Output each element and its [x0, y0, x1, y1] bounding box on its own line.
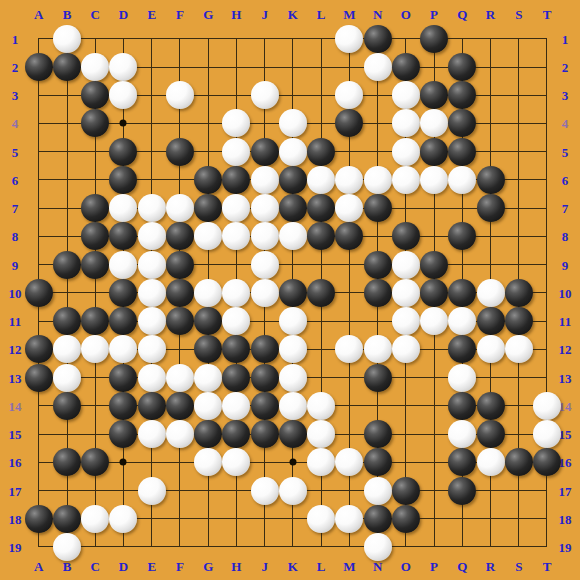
column-label-bottom: P: [430, 560, 438, 573]
black-stone-Q10[interactable]: [448, 279, 476, 307]
white-stone-B13[interactable]: [53, 364, 81, 392]
star-point: [120, 459, 127, 466]
column-label-top: P: [430, 8, 438, 21]
white-stone-B19[interactable]: [53, 533, 81, 561]
black-stone-P9[interactable]: [420, 251, 448, 279]
white-stone-H8[interactable]: [222, 222, 250, 250]
white-stone-O9[interactable]: [392, 251, 420, 279]
row-label-left: 13: [9, 371, 22, 384]
black-stone-D13[interactable]: [109, 364, 137, 392]
white-stone-K5[interactable]: [279, 138, 307, 166]
white-stone-C12[interactable]: [81, 335, 109, 363]
column-label-bottom: D: [119, 560, 128, 573]
column-label-top: M: [343, 8, 355, 21]
white-stone-F3[interactable]: [166, 81, 194, 109]
black-stone-O2[interactable]: [392, 53, 420, 81]
white-stone-J3[interactable]: [251, 81, 279, 109]
row-label-right: 4: [562, 117, 569, 130]
white-stone-Q11[interactable]: [448, 307, 476, 335]
white-stone-F7[interactable]: [166, 194, 194, 222]
column-label-bottom: J: [261, 560, 268, 573]
white-stone-F15[interactable]: [166, 420, 194, 448]
black-stone-J15[interactable]: [251, 420, 279, 448]
white-stone-M16[interactable]: [335, 448, 363, 476]
white-stone-G10[interactable]: [194, 279, 222, 307]
black-stone-P5[interactable]: [420, 138, 448, 166]
black-stone-N13[interactable]: [364, 364, 392, 392]
column-label-bottom: A: [34, 560, 43, 573]
white-stone-L6[interactable]: [307, 166, 335, 194]
black-stone-M8[interactable]: [335, 222, 363, 250]
column-label-top: D: [119, 8, 128, 21]
column-label-top: J: [261, 8, 268, 21]
white-stone-E11[interactable]: [138, 307, 166, 335]
black-stone-D6[interactable]: [109, 166, 137, 194]
white-stone-M12[interactable]: [335, 335, 363, 363]
black-stone-R6[interactable]: [477, 166, 505, 194]
column-label-bottom: C: [91, 560, 100, 573]
black-stone-F8[interactable]: [166, 222, 194, 250]
column-label-top: R: [486, 8, 495, 21]
black-stone-S16[interactable]: [505, 448, 533, 476]
black-stone-D15[interactable]: [109, 420, 137, 448]
white-stone-T15[interactable]: [533, 420, 561, 448]
white-stone-O4[interactable]: [392, 109, 420, 137]
black-stone-H6[interactable]: [222, 166, 250, 194]
black-stone-C8[interactable]: [81, 222, 109, 250]
row-label-left: 8: [12, 230, 19, 243]
white-stone-Q13[interactable]: [448, 364, 476, 392]
black-stone-D8[interactable]: [109, 222, 137, 250]
black-stone-Q12[interactable]: [448, 335, 476, 363]
black-stone-D5[interactable]: [109, 138, 137, 166]
white-stone-E10[interactable]: [138, 279, 166, 307]
row-label-left: 18: [9, 512, 22, 525]
white-stone-J7[interactable]: [251, 194, 279, 222]
column-label-bottom: F: [176, 560, 184, 573]
white-stone-D7[interactable]: [109, 194, 137, 222]
column-label-top: B: [63, 8, 72, 21]
row-label-right: 12: [559, 343, 572, 356]
white-stone-O5[interactable]: [392, 138, 420, 166]
white-stone-N2[interactable]: [364, 53, 392, 81]
white-stone-O12[interactable]: [392, 335, 420, 363]
white-stone-G16[interactable]: [194, 448, 222, 476]
black-stone-Q16[interactable]: [448, 448, 476, 476]
black-stone-L10[interactable]: [307, 279, 335, 307]
row-label-right: 7: [562, 202, 569, 215]
white-stone-F13[interactable]: [166, 364, 194, 392]
row-label-left: 5: [12, 145, 19, 158]
black-stone-G15[interactable]: [194, 420, 222, 448]
white-stone-R12[interactable]: [477, 335, 505, 363]
black-stone-K7[interactable]: [279, 194, 307, 222]
black-stone-A2[interactable]: [25, 53, 53, 81]
column-label-bottom: K: [288, 560, 298, 573]
black-stone-B11[interactable]: [53, 307, 81, 335]
white-stone-C18[interactable]: [81, 505, 109, 533]
white-stone-G14[interactable]: [194, 392, 222, 420]
column-label-bottom: R: [486, 560, 495, 573]
white-stone-G13[interactable]: [194, 364, 222, 392]
black-stone-M4[interactable]: [335, 109, 363, 137]
white-stone-D18[interactable]: [109, 505, 137, 533]
column-label-bottom: Q: [457, 560, 467, 573]
black-stone-K10[interactable]: [279, 279, 307, 307]
black-stone-N9[interactable]: [364, 251, 392, 279]
black-stone-Q3[interactable]: [448, 81, 476, 109]
black-stone-S10[interactable]: [505, 279, 533, 307]
row-label-right: 2: [562, 61, 569, 74]
row-label-right: 19: [559, 540, 572, 553]
column-label-top: Q: [457, 8, 467, 21]
white-stone-H14[interactable]: [222, 392, 250, 420]
black-stone-F5[interactable]: [166, 138, 194, 166]
white-stone-K17[interactable]: [279, 477, 307, 505]
black-stone-A13[interactable]: [25, 364, 53, 392]
black-stone-L8[interactable]: [307, 222, 335, 250]
black-stone-J14[interactable]: [251, 392, 279, 420]
column-label-top: C: [91, 8, 100, 21]
black-stone-T16[interactable]: [533, 448, 561, 476]
white-stone-P4[interactable]: [420, 109, 448, 137]
white-stone-D12[interactable]: [109, 335, 137, 363]
white-stone-D9[interactable]: [109, 251, 137, 279]
black-stone-E14[interactable]: [138, 392, 166, 420]
black-stone-Q2[interactable]: [448, 53, 476, 81]
column-label-bottom: G: [203, 560, 213, 573]
black-stone-S11[interactable]: [505, 307, 533, 335]
black-stone-R7[interactable]: [477, 194, 505, 222]
black-stone-J13[interactable]: [251, 364, 279, 392]
row-label-right: 1: [562, 32, 569, 45]
column-label-bottom: H: [231, 560, 241, 573]
white-stone-E15[interactable]: [138, 420, 166, 448]
white-stone-N6[interactable]: [364, 166, 392, 194]
white-stone-M18[interactable]: [335, 505, 363, 533]
white-stone-P11[interactable]: [420, 307, 448, 335]
white-stone-E13[interactable]: [138, 364, 166, 392]
black-stone-F11[interactable]: [166, 307, 194, 335]
column-label-bottom: N: [373, 560, 382, 573]
go-board[interactable]: AABBCCDDEEFFGGHHJJKKLLMMNNOOPPQQRRSSTT11…: [0, 0, 580, 580]
black-stone-K15[interactable]: [279, 420, 307, 448]
black-stone-F9[interactable]: [166, 251, 194, 279]
column-label-top: S: [515, 8, 522, 21]
grid-line-horizontal: [38, 546, 547, 547]
white-stone-O3[interactable]: [392, 81, 420, 109]
black-stone-O18[interactable]: [392, 505, 420, 533]
black-stone-H15[interactable]: [222, 420, 250, 448]
white-stone-Q15[interactable]: [448, 420, 476, 448]
white-stone-S12[interactable]: [505, 335, 533, 363]
white-stone-M1[interactable]: [335, 25, 363, 53]
black-stone-C7[interactable]: [81, 194, 109, 222]
white-stone-H16[interactable]: [222, 448, 250, 476]
row-label-left: 4: [12, 117, 19, 130]
black-stone-A10[interactable]: [25, 279, 53, 307]
white-stone-J10[interactable]: [251, 279, 279, 307]
black-stone-H12[interactable]: [222, 335, 250, 363]
black-stone-P10[interactable]: [420, 279, 448, 307]
black-stone-G11[interactable]: [194, 307, 222, 335]
black-stone-Q17[interactable]: [448, 477, 476, 505]
black-stone-B2[interactable]: [53, 53, 81, 81]
white-stone-J8[interactable]: [251, 222, 279, 250]
column-label-top: A: [34, 8, 43, 21]
white-stone-M6[interactable]: [335, 166, 363, 194]
star-point: [289, 459, 296, 466]
black-stone-A18[interactable]: [25, 505, 53, 533]
column-label-top: L: [317, 8, 326, 21]
black-stone-F14[interactable]: [166, 392, 194, 420]
white-stone-K4[interactable]: [279, 109, 307, 137]
row-label-right: 5: [562, 145, 569, 158]
black-stone-A12[interactable]: [25, 335, 53, 363]
row-label-right: 11: [559, 315, 571, 328]
row-label-left: 16: [9, 456, 22, 469]
column-label-top: O: [401, 8, 411, 21]
black-stone-Q5[interactable]: [448, 138, 476, 166]
white-stone-C2[interactable]: [81, 53, 109, 81]
white-stone-E9[interactable]: [138, 251, 166, 279]
row-label-right: 9: [562, 258, 569, 271]
white-stone-B1[interactable]: [53, 25, 81, 53]
white-stone-H10[interactable]: [222, 279, 250, 307]
row-label-left: 3: [12, 89, 19, 102]
black-stone-K6[interactable]: [279, 166, 307, 194]
row-label-left: 2: [12, 61, 19, 74]
white-stone-E8[interactable]: [138, 222, 166, 250]
row-label-left: 14: [9, 399, 22, 412]
black-stone-C11[interactable]: [81, 307, 109, 335]
row-label-left: 9: [12, 258, 19, 271]
white-stone-H7[interactable]: [222, 194, 250, 222]
white-stone-K14[interactable]: [279, 392, 307, 420]
row-label-left: 15: [9, 428, 22, 441]
white-stone-E17[interactable]: [138, 477, 166, 505]
black-stone-J5[interactable]: [251, 138, 279, 166]
row-label-right: 3: [562, 89, 569, 102]
white-stone-D2[interactable]: [109, 53, 137, 81]
white-stone-G8[interactable]: [194, 222, 222, 250]
black-stone-C16[interactable]: [81, 448, 109, 476]
black-stone-R14[interactable]: [477, 392, 505, 420]
row-label-right: 13: [559, 371, 572, 384]
white-stone-B12[interactable]: [53, 335, 81, 363]
row-label-left: 12: [9, 343, 22, 356]
column-label-top: E: [147, 8, 156, 21]
black-stone-B14[interactable]: [53, 392, 81, 420]
black-stone-G12[interactable]: [194, 335, 222, 363]
black-stone-G7[interactable]: [194, 194, 222, 222]
black-stone-C3[interactable]: [81, 81, 109, 109]
white-stone-O10[interactable]: [392, 279, 420, 307]
row-label-left: 7: [12, 202, 19, 215]
black-stone-P3[interactable]: [420, 81, 448, 109]
white-stone-K12[interactable]: [279, 335, 307, 363]
white-stone-N17[interactable]: [364, 477, 392, 505]
column-label-top: F: [176, 8, 184, 21]
black-stone-N10[interactable]: [364, 279, 392, 307]
black-stone-B18[interactable]: [53, 505, 81, 533]
white-stone-T14[interactable]: [533, 392, 561, 420]
black-stone-C9[interactable]: [81, 251, 109, 279]
black-stone-B9[interactable]: [53, 251, 81, 279]
row-label-right: 17: [559, 484, 572, 497]
black-stone-N16[interactable]: [364, 448, 392, 476]
column-label-top: G: [203, 8, 213, 21]
column-label-bottom: T: [543, 560, 552, 573]
row-label-right: 10: [559, 286, 572, 299]
black-stone-J12[interactable]: [251, 335, 279, 363]
white-stone-M3[interactable]: [335, 81, 363, 109]
white-stone-M7[interactable]: [335, 194, 363, 222]
white-stone-D3[interactable]: [109, 81, 137, 109]
column-label-bottom: O: [401, 560, 411, 573]
row-label-left: 19: [9, 540, 22, 553]
white-stone-J17[interactable]: [251, 477, 279, 505]
black-stone-N1[interactable]: [364, 25, 392, 53]
black-stone-H13[interactable]: [222, 364, 250, 392]
black-stone-C4[interactable]: [81, 109, 109, 137]
black-stone-P1[interactable]: [420, 25, 448, 53]
column-label-bottom: B: [63, 560, 72, 573]
white-stone-L14[interactable]: [307, 392, 335, 420]
row-label-left: 11: [9, 315, 21, 328]
column-label-top: N: [373, 8, 382, 21]
black-stone-Q8[interactable]: [448, 222, 476, 250]
white-stone-P6[interactable]: [420, 166, 448, 194]
black-stone-N7[interactable]: [364, 194, 392, 222]
column-label-top: H: [231, 8, 241, 21]
white-stone-L15[interactable]: [307, 420, 335, 448]
black-stone-R15[interactable]: [477, 420, 505, 448]
black-stone-O8[interactable]: [392, 222, 420, 250]
column-label-bottom: L: [317, 560, 326, 573]
black-stone-G6[interactable]: [194, 166, 222, 194]
black-stone-D11[interactable]: [109, 307, 137, 335]
row-label-left: 1: [12, 32, 19, 45]
column-label-top: K: [288, 8, 298, 21]
white-stone-J6[interactable]: [251, 166, 279, 194]
star-point: [120, 120, 127, 127]
row-label-right: 18: [559, 512, 572, 525]
row-label-left: 10: [9, 286, 22, 299]
column-label-bottom: S: [515, 560, 522, 573]
row-label-right: 6: [562, 173, 569, 186]
white-stone-E12[interactable]: [138, 335, 166, 363]
black-stone-Q4[interactable]: [448, 109, 476, 137]
black-stone-N15[interactable]: [364, 420, 392, 448]
black-stone-N18[interactable]: [364, 505, 392, 533]
black-stone-D10[interactable]: [109, 279, 137, 307]
row-label-left: 6: [12, 173, 19, 186]
black-stone-Q14[interactable]: [448, 392, 476, 420]
column-label-bottom: E: [147, 560, 156, 573]
white-stone-K8[interactable]: [279, 222, 307, 250]
white-stone-R10[interactable]: [477, 279, 505, 307]
white-stone-E7[interactable]: [138, 194, 166, 222]
black-stone-L7[interactable]: [307, 194, 335, 222]
row-label-left: 17: [9, 484, 22, 497]
white-stone-N19[interactable]: [364, 533, 392, 561]
white-stone-N12[interactable]: [364, 335, 392, 363]
white-stone-H11[interactable]: [222, 307, 250, 335]
black-stone-F10[interactable]: [166, 279, 194, 307]
row-label-right: 8: [562, 230, 569, 243]
white-stone-L18[interactable]: [307, 505, 335, 533]
white-stone-J9[interactable]: [251, 251, 279, 279]
white-stone-K13[interactable]: [279, 364, 307, 392]
black-stone-D14[interactable]: [109, 392, 137, 420]
white-stone-R16[interactable]: [477, 448, 505, 476]
black-stone-B16[interactable]: [53, 448, 81, 476]
column-label-bottom: M: [343, 560, 355, 573]
white-stone-O6[interactable]: [392, 166, 420, 194]
white-stone-K11[interactable]: [279, 307, 307, 335]
column-label-top: T: [543, 8, 552, 21]
black-stone-R11[interactable]: [477, 307, 505, 335]
white-stone-O11[interactable]: [392, 307, 420, 335]
white-stone-H5[interactable]: [222, 138, 250, 166]
white-stone-L16[interactable]: [307, 448, 335, 476]
black-stone-L5[interactable]: [307, 138, 335, 166]
white-stone-H4[interactable]: [222, 109, 250, 137]
white-stone-Q6[interactable]: [448, 166, 476, 194]
black-stone-O17[interactable]: [392, 477, 420, 505]
